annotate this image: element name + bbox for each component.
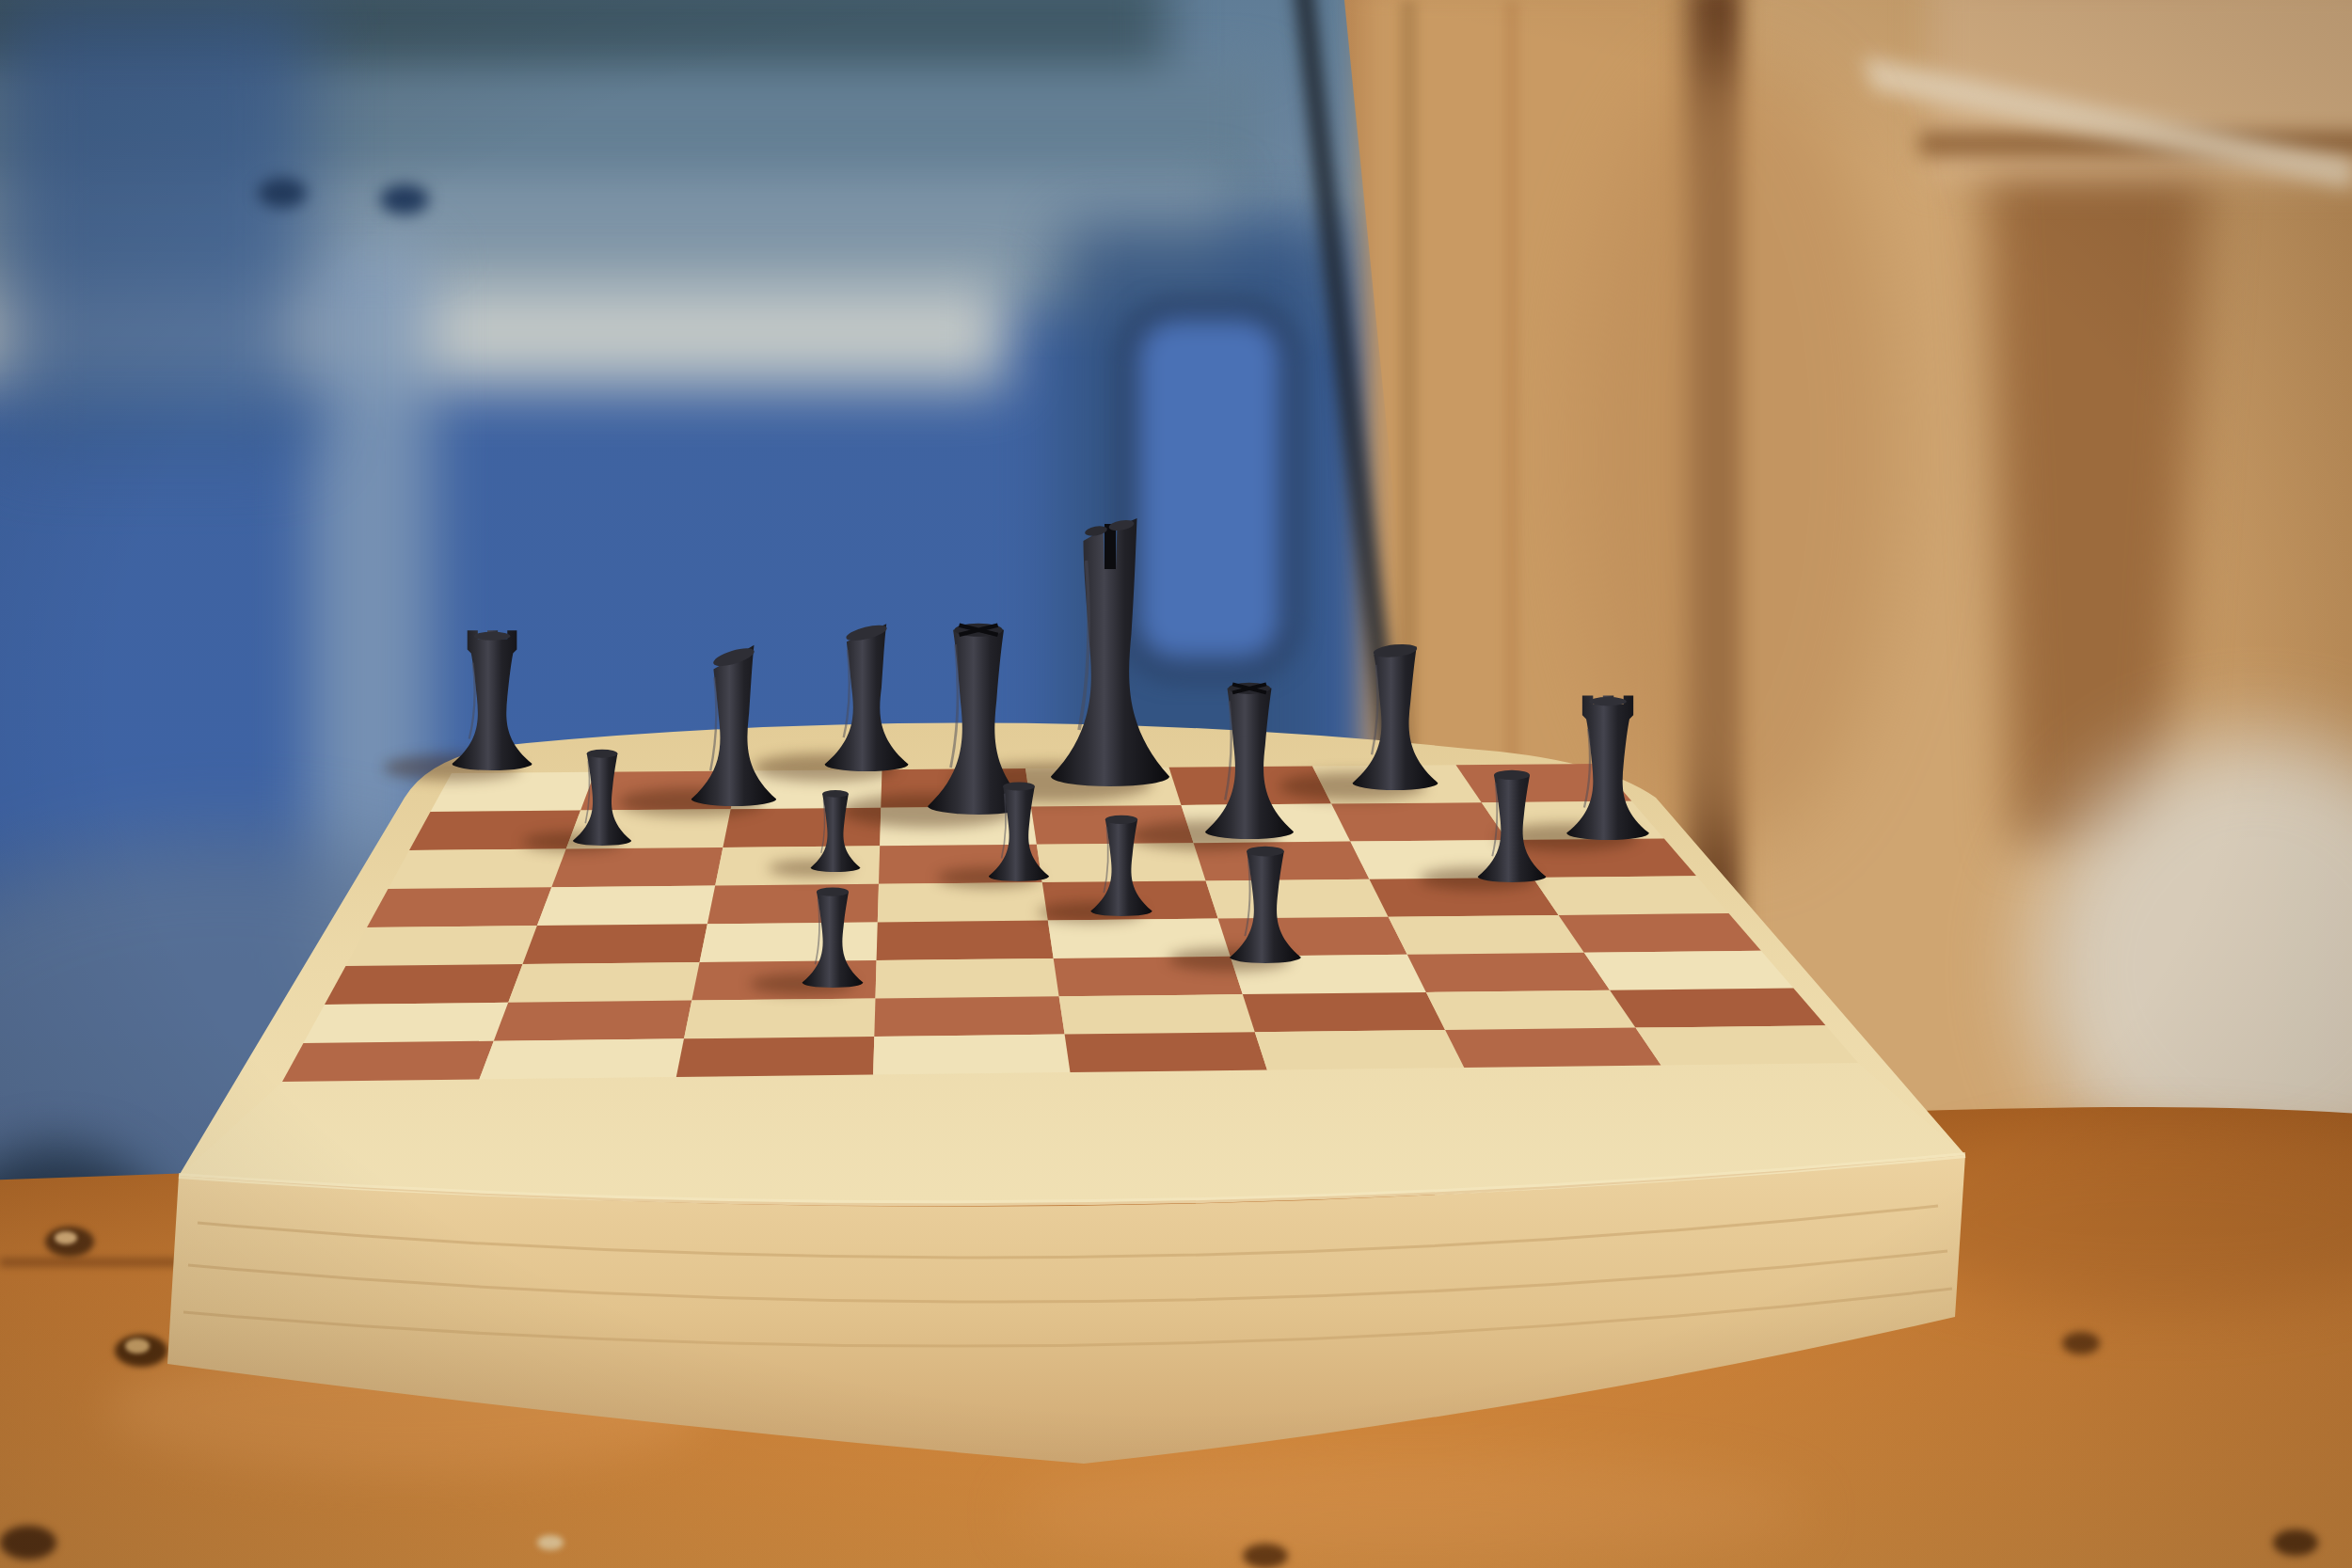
vignette-overlay [0, 0, 2352, 1568]
scene-canvas [0, 0, 2352, 1568]
photo-scene [0, 0, 2352, 1568]
